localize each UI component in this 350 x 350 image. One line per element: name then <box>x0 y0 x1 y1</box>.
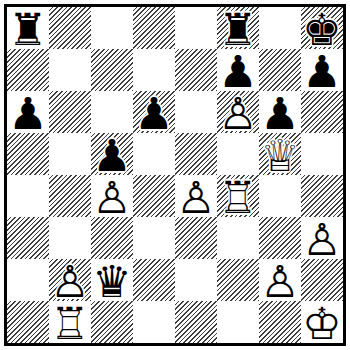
piece-halo: ♜ <box>49 303 91 345</box>
board: ♜♜♜♜♚♚♟♟♟♟♟♟♟♟♟♙♟♟♟♟♛♕♟♙♟♙♜♖♟♙♟♙♛♛♟♙♜♖♚♔ <box>7 7 343 343</box>
piece-glyph: ♙ <box>175 177 217 219</box>
square-f1[interactable] <box>217 301 259 343</box>
square-c4[interactable]: ♟♙ <box>91 175 133 217</box>
piece-black-pawn[interactable]: ♟♟ <box>259 93 301 135</box>
square-h7[interactable]: ♟♟ <box>301 49 343 91</box>
piece-halo: ♟ <box>7 93 49 135</box>
piece-halo: ♟ <box>49 261 91 303</box>
piece-halo: ♟ <box>175 177 217 219</box>
square-h2[interactable] <box>301 259 343 301</box>
square-f3[interactable] <box>217 217 259 259</box>
square-c8[interactable] <box>91 7 133 49</box>
piece-halo: ♟ <box>217 51 259 93</box>
square-e6[interactable] <box>175 91 217 133</box>
piece-white-queen[interactable]: ♛♕ <box>259 135 301 177</box>
piece-glyph: ♛ <box>91 261 133 303</box>
piece-glyph: ♙ <box>217 93 259 135</box>
square-e3[interactable] <box>175 217 217 259</box>
piece-black-pawn[interactable]: ♟♟ <box>7 93 49 135</box>
square-e2[interactable] <box>175 259 217 301</box>
square-h1[interactable]: ♚♔ <box>301 301 343 343</box>
piece-glyph: ♖ <box>49 303 91 345</box>
square-a7[interactable] <box>7 49 49 91</box>
piece-halo: ♜ <box>217 177 259 219</box>
square-d7[interactable] <box>133 49 175 91</box>
square-b5[interactable] <box>49 133 91 175</box>
piece-glyph: ♟ <box>7 93 49 135</box>
piece-glyph: ♟ <box>259 93 301 135</box>
square-e4[interactable]: ♟♙ <box>175 175 217 217</box>
piece-glyph: ♙ <box>259 261 301 303</box>
piece-white-pawn[interactable]: ♟♙ <box>91 177 133 219</box>
piece-glyph: ♟ <box>217 51 259 93</box>
piece-black-pawn[interactable]: ♟♟ <box>217 51 259 93</box>
piece-glyph: ♙ <box>91 177 133 219</box>
square-d4[interactable] <box>133 175 175 217</box>
piece-halo: ♟ <box>91 135 133 177</box>
piece-halo: ♛ <box>91 261 133 303</box>
piece-halo: ♛ <box>259 135 301 177</box>
piece-black-pawn[interactable]: ♟♟ <box>91 135 133 177</box>
square-e1[interactable] <box>175 301 217 343</box>
piece-glyph: ♟ <box>133 93 175 135</box>
square-c3[interactable] <box>91 217 133 259</box>
square-f4[interactable]: ♜♖ <box>217 175 259 217</box>
square-a4[interactable] <box>7 175 49 217</box>
piece-glyph: ♖ <box>217 177 259 219</box>
square-c6[interactable] <box>91 91 133 133</box>
square-f5[interactable] <box>217 133 259 175</box>
square-a8[interactable]: ♜♜ <box>7 7 49 49</box>
square-g3[interactable] <box>259 217 301 259</box>
piece-black-king[interactable]: ♚♚ <box>301 9 343 51</box>
piece-white-pawn[interactable]: ♟♙ <box>301 219 343 261</box>
board-frame: ♜♜♜♜♚♚♟♟♟♟♟♟♟♟♟♙♟♟♟♟♛♕♟♙♟♙♜♖♟♙♟♙♛♛♟♙♜♖♚♔ <box>4 4 346 346</box>
piece-halo: ♟ <box>259 261 301 303</box>
square-a1[interactable] <box>7 301 49 343</box>
piece-black-queen[interactable]: ♛♛ <box>91 261 133 303</box>
square-b3[interactable] <box>49 217 91 259</box>
square-g8[interactable] <box>259 7 301 49</box>
square-g2[interactable]: ♟♙ <box>259 259 301 301</box>
square-b4[interactable] <box>49 175 91 217</box>
square-f6[interactable]: ♟♙ <box>217 91 259 133</box>
square-e7[interactable] <box>175 49 217 91</box>
piece-black-rook[interactable]: ♜♜ <box>217 9 259 51</box>
square-d2[interactable] <box>133 259 175 301</box>
square-d8[interactable] <box>133 7 175 49</box>
piece-halo: ♟ <box>133 93 175 135</box>
piece-halo: ♜ <box>217 9 259 51</box>
square-c1[interactable] <box>91 301 133 343</box>
piece-white-pawn[interactable]: ♟♙ <box>175 177 217 219</box>
piece-glyph: ♟ <box>301 51 343 93</box>
square-g1[interactable] <box>259 301 301 343</box>
square-d3[interactable] <box>133 217 175 259</box>
square-g5[interactable]: ♛♕ <box>259 133 301 175</box>
square-b6[interactable] <box>49 91 91 133</box>
square-h5[interactable] <box>301 133 343 175</box>
piece-halo: ♟ <box>301 219 343 261</box>
square-g6[interactable]: ♟♟ <box>259 91 301 133</box>
square-f7[interactable]: ♟♟ <box>217 49 259 91</box>
square-b2[interactable]: ♟♙ <box>49 259 91 301</box>
square-h8[interactable]: ♚♚ <box>301 7 343 49</box>
square-b1[interactable]: ♜♖ <box>49 301 91 343</box>
square-a3[interactable] <box>7 217 49 259</box>
square-g4[interactable] <box>259 175 301 217</box>
square-b8[interactable] <box>49 7 91 49</box>
square-f2[interactable] <box>217 259 259 301</box>
square-h6[interactable] <box>301 91 343 133</box>
square-e8[interactable] <box>175 7 217 49</box>
piece-glyph: ♜ <box>7 9 49 51</box>
piece-glyph: ♚ <box>301 9 343 51</box>
piece-glyph: ♕ <box>259 135 301 177</box>
square-b7[interactable] <box>49 49 91 91</box>
square-a6[interactable]: ♟♟ <box>7 91 49 133</box>
piece-white-pawn[interactable]: ♟♙ <box>49 261 91 303</box>
piece-halo: ♟ <box>91 177 133 219</box>
piece-glyph: ♔ <box>301 303 343 345</box>
piece-black-pawn[interactable]: ♟♟ <box>133 93 175 135</box>
piece-halo: ♟ <box>259 93 301 135</box>
square-g7[interactable] <box>259 49 301 91</box>
square-e5[interactable] <box>175 133 217 175</box>
square-h3[interactable]: ♟♙ <box>301 217 343 259</box>
piece-white-pawn[interactable]: ♟♙ <box>217 93 259 135</box>
square-a2[interactable] <box>7 259 49 301</box>
square-f8[interactable]: ♜♜ <box>217 7 259 49</box>
piece-glyph: ♙ <box>301 219 343 261</box>
piece-glyph: ♜ <box>217 9 259 51</box>
piece-white-rook[interactable]: ♜♖ <box>217 177 259 219</box>
square-d6[interactable]: ♟♟ <box>133 91 175 133</box>
piece-white-rook[interactable]: ♜♖ <box>49 303 91 345</box>
square-c2[interactable]: ♛♛ <box>91 259 133 301</box>
piece-halo: ♚ <box>301 303 343 345</box>
piece-halo: ♜ <box>7 9 49 51</box>
piece-halo: ♚ <box>301 9 343 51</box>
square-d1[interactable] <box>133 301 175 343</box>
page: { "game": "chess", "meta": { "board_size… <box>0 0 350 350</box>
piece-halo: ♟ <box>301 51 343 93</box>
piece-white-pawn[interactable]: ♟♙ <box>259 261 301 303</box>
square-h4[interactable] <box>301 175 343 217</box>
square-c5[interactable]: ♟♟ <box>91 133 133 175</box>
piece-halo: ♟ <box>217 93 259 135</box>
square-d5[interactable] <box>133 133 175 175</box>
piece-black-pawn[interactable]: ♟♟ <box>301 51 343 93</box>
piece-black-rook[interactable]: ♜♜ <box>7 9 49 51</box>
piece-glyph: ♙ <box>49 261 91 303</box>
square-c7[interactable] <box>91 49 133 91</box>
piece-white-king[interactable]: ♚♔ <box>301 303 343 345</box>
piece-glyph: ♟ <box>91 135 133 177</box>
square-a5[interactable] <box>7 133 49 175</box>
